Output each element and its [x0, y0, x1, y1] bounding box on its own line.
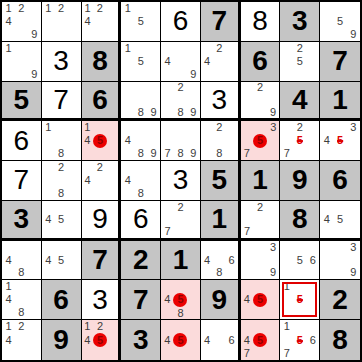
empty-candidate-slot [134, 134, 147, 147]
candidate-grid: 45 [320, 201, 360, 238]
struck-candidate-5: 5 [333, 134, 346, 147]
empty-candidate-slot [280, 333, 293, 346]
empty-candidate-slot [225, 42, 237, 55]
cell-r5c4[interactable]: 48 [121, 161, 161, 201]
cell-r4c5[interactable]: 789 [161, 121, 201, 161]
empty-candidate-slot [280, 55, 293, 68]
circled-candidate-5: 5 [173, 293, 187, 307]
given-digit: 2 [320, 280, 360, 319]
empty-candidate-slot [68, 161, 81, 174]
solved-digit: 3 [201, 82, 238, 119]
cell-r9c2[interactable]: 9 [42, 320, 82, 360]
empty-candidate-slot [82, 347, 93, 360]
empty-candidate-slot [161, 42, 174, 55]
cell-r1c8[interactable]: 3 [280, 2, 320, 42]
empty-candidate-slot [253, 148, 267, 160]
empty-candidate-slot [107, 347, 118, 360]
solved-digit: 3 [82, 280, 119, 319]
cell-r8c8[interactable]: 15 [280, 280, 320, 320]
empty-candidate-slot [306, 241, 319, 254]
empty-candidate-slot [147, 15, 160, 28]
candidate-2: 2 [293, 42, 306, 55]
cell-r4c1[interactable]: 6 [2, 121, 42, 161]
solved-digit: 6 [161, 2, 200, 41]
candidate-2: 2 [174, 201, 187, 213]
cell-r8c9[interactable]: 2 [320, 280, 360, 320]
cell-r4c8[interactable]: 257 [280, 121, 320, 161]
cell-r9c8[interactable]: 1567 [280, 320, 320, 360]
cell-r7c8[interactable]: 56 [280, 241, 320, 281]
cell-r7c3[interactable]: 7 [82, 241, 122, 281]
empty-candidate-slot [2, 241, 15, 254]
empty-candidate-slot [121, 82, 134, 94]
empty-candidate-slot [121, 187, 134, 200]
empty-candidate-slot [320, 2, 333, 15]
cell-r4c6[interactable]: 28 [201, 121, 241, 161]
cell-r1c6[interactable]: 7 [201, 2, 241, 42]
empty-candidate-slot [280, 306, 293, 319]
empty-candidate-slot [42, 134, 55, 147]
candidate-grid: 24 [201, 42, 238, 81]
candidate-4: 4 [82, 15, 94, 28]
given-digit: 8 [82, 42, 119, 81]
empty-candidate-slot [82, 28, 94, 41]
cell-r7c1[interactable]: 48 [2, 241, 42, 281]
candidate-grid: 357 [241, 121, 280, 160]
empty-candidate-slot [174, 94, 187, 106]
cell-r2c3[interactable]: 8 [82, 42, 122, 82]
empty-candidate-slot [293, 306, 306, 319]
empty-candidate-slot [2, 55, 15, 68]
struck-candidate-5: 5 [293, 293, 306, 306]
candidate-4: 4 [2, 293, 15, 306]
empty-candidate-slot [15, 333, 28, 346]
cell-r1c2[interactable]: 12 [42, 2, 82, 42]
empty-candidate-slot [241, 94, 254, 106]
sudoku-board: 1249121241567835919381549246257576892893… [0, 0, 362, 362]
empty-candidate-slot [174, 55, 187, 68]
cell-r8c7[interactable]: 45 [241, 280, 281, 320]
empty-candidate-slot [241, 254, 254, 267]
empty-candidate-slot [201, 347, 213, 360]
given-digit: 1 [161, 241, 200, 280]
given-digit: 2 [121, 241, 160, 280]
empty-candidate-slot [187, 201, 200, 213]
cell-r1c7[interactable]: 8 [241, 2, 281, 42]
candidate-6: 6 [225, 333, 237, 346]
empty-candidate-slot [134, 2, 147, 15]
candidate-9: 9 [187, 147, 200, 160]
empty-candidate-slot [187, 55, 200, 68]
empty-candidate-slot [161, 94, 174, 106]
cell-r8c4[interactable]: 7 [121, 280, 161, 320]
empty-candidate-slot [280, 121, 293, 134]
empty-candidate-slot [121, 94, 134, 106]
empty-candidate-slot [187, 320, 199, 333]
empty-candidate-slot [161, 134, 174, 147]
candidate-8: 8 [15, 267, 28, 280]
cell-r8c2[interactable]: 6 [42, 280, 82, 320]
given-digit: 5 [2, 82, 41, 119]
empty-candidate-slot [173, 320, 187, 333]
cell-r3c7[interactable]: 29 [241, 82, 281, 122]
candidate-1: 1 [82, 320, 93, 333]
empty-candidate-slot [201, 320, 213, 333]
empty-candidate-slot [15, 68, 28, 81]
empty-candidate-slot [28, 306, 41, 319]
empty-candidate-slot [254, 267, 267, 280]
empty-candidate-slot [94, 187, 106, 200]
cell-r5c9[interactable]: 6 [320, 161, 360, 201]
empty-candidate-slot [174, 121, 187, 134]
empty-candidate-slot [267, 134, 279, 148]
cell-r7c2[interactable]: 45 [42, 241, 82, 281]
cell-r2c8[interactable]: 25 [280, 42, 320, 82]
candidate-3: 3 [347, 241, 360, 254]
cell-r6c3[interactable]: 9 [82, 201, 122, 241]
cell-r2c9[interactable]: 7 [320, 42, 360, 82]
circled-candidate-5: 5 [93, 134, 107, 148]
empty-candidate-slot [42, 187, 55, 200]
given-digit: 1 [201, 201, 238, 238]
cell-r5c7[interactable]: 1 [241, 161, 281, 201]
empty-candidate-slot [134, 68, 147, 81]
candidate-8: 8 [55, 147, 68, 160]
candidate-7: 7 [241, 148, 253, 160]
cell-r6c8[interactable]: 8 [280, 201, 320, 241]
candidate-grid: 1249 [2, 2, 41, 41]
candidate-2: 2 [15, 320, 28, 333]
empty-candidate-slot [161, 68, 174, 81]
cell-r2c1[interactable]: 19 [2, 42, 42, 82]
candidate-grid: 124 [82, 2, 119, 41]
given-digit: 6 [320, 161, 360, 200]
cell-r4c7[interactable]: 357 [241, 121, 281, 161]
empty-candidate-slot [320, 121, 333, 134]
empty-candidate-slot [187, 347, 199, 360]
cell-r7c5[interactable]: 1 [161, 241, 201, 281]
empty-candidate-slot [42, 15, 55, 28]
candidate-grid: 48 [121, 161, 160, 200]
empty-candidate-slot [147, 68, 160, 81]
candidate-grid: 28 [201, 121, 238, 160]
empty-candidate-slot [147, 134, 160, 147]
empty-candidate-slot [68, 15, 81, 28]
empty-candidate-slot [306, 280, 319, 293]
cell-r2c4[interactable]: 15 [121, 42, 161, 82]
empty-candidate-slot [267, 82, 280, 94]
empty-candidate-slot [267, 293, 279, 307]
cell-r8c5[interactable]: 458 [161, 280, 201, 320]
cell-r6c6[interactable]: 1 [201, 201, 241, 241]
empty-candidate-slot [225, 320, 237, 333]
cell-r3c8[interactable]: 4 [280, 82, 320, 122]
empty-candidate-slot [267, 254, 280, 267]
empty-candidate-slot [147, 187, 160, 200]
empty-candidate-slot [280, 241, 293, 254]
empty-candidate-slot [28, 241, 41, 254]
candidate-grid: 19 [2, 42, 41, 81]
empty-candidate-slot [134, 42, 147, 55]
cell-r7c7[interactable]: 39 [241, 241, 281, 281]
cell-r9c7[interactable]: 457 [241, 320, 281, 360]
empty-candidate-slot [333, 267, 346, 280]
cell-r3c6[interactable]: 3 [201, 82, 241, 122]
empty-candidate-slot [106, 28, 118, 41]
empty-candidate-slot [55, 174, 68, 187]
cell-r6c5[interactable]: 27 [161, 201, 201, 241]
empty-candidate-slot [293, 280, 306, 293]
empty-candidate-slot [68, 213, 81, 225]
empty-candidate-slot [306, 293, 319, 306]
empty-candidate-slot [347, 213, 360, 225]
cell-r7c6[interactable]: 468 [201, 241, 241, 281]
empty-candidate-slot [15, 15, 28, 28]
candidate-4: 4 [201, 55, 213, 68]
cell-r6c4[interactable]: 6 [121, 201, 161, 241]
empty-candidate-slot [147, 82, 160, 94]
empty-candidate-slot [280, 42, 293, 55]
empty-candidate-slot [320, 147, 333, 160]
empty-candidate-slot [42, 174, 55, 187]
empty-candidate-slot [147, 121, 160, 134]
cell-r5c8[interactable]: 9 [280, 161, 320, 201]
empty-candidate-slot [94, 15, 106, 28]
candidate-2: 2 [93, 320, 107, 333]
empty-candidate-slot [15, 28, 28, 41]
cell-r1c5[interactable]: 6 [161, 2, 201, 42]
cell-r7c4[interactable]: 2 [121, 241, 161, 281]
empty-candidate-slot [106, 2, 118, 15]
candidate-4: 4 [121, 174, 134, 187]
cell-r5c1[interactable]: 7 [2, 161, 42, 201]
cell-r5c6[interactable]: 5 [201, 161, 241, 201]
candidate-grid: 124 [2, 320, 41, 360]
empty-candidate-slot [187, 293, 199, 307]
empty-candidate-slot [15, 241, 28, 254]
cell-r1c1[interactable]: 1249 [2, 2, 42, 42]
empty-candidate-slot [187, 213, 200, 225]
cell-r4c2[interactable]: 18 [42, 121, 82, 161]
empty-candidate-slot [68, 241, 81, 254]
empty-candidate-slot [55, 201, 68, 213]
candidate-8: 8 [173, 307, 187, 319]
cell-r3c9[interactable]: 1 [320, 82, 360, 122]
empty-candidate-slot [187, 280, 199, 292]
empty-candidate-slot [293, 267, 306, 280]
cell-r4c4[interactable]: 489 [121, 121, 161, 161]
candidate-7: 7 [280, 147, 293, 160]
empty-candidate-slot [2, 306, 15, 319]
cell-r9c5[interactable]: 45 [161, 320, 201, 360]
cell-r2c7[interactable]: 6 [241, 42, 281, 82]
candidate-9: 9 [28, 68, 41, 81]
empty-candidate-slot [134, 121, 147, 134]
cell-r4c3[interactable]: 145 [82, 121, 122, 161]
cell-r2c6[interactable]: 24 [201, 42, 241, 82]
cell-r9c1[interactable]: 124 [2, 320, 42, 360]
candidate-9: 9 [187, 106, 200, 118]
cell-r8c6[interactable]: 9 [201, 280, 241, 320]
empty-candidate-slot [213, 241, 225, 254]
given-digit: 6 [42, 280, 81, 319]
candidate-4: 4 [320, 213, 333, 225]
candidate-6: 6 [306, 254, 319, 267]
candidate-grid: 28 [42, 161, 81, 200]
candidate-8: 8 [213, 147, 225, 160]
candidate-slot-5: 5 [93, 134, 107, 148]
cell-r1c9[interactable]: 59 [320, 2, 360, 42]
candidate-7: 7 [161, 225, 174, 237]
empty-candidate-slot [253, 320, 267, 333]
candidate-5: 5 [55, 254, 68, 267]
given-digit: 7 [201, 2, 238, 41]
solved-digit: 7 [2, 161, 41, 200]
candidate-6: 6 [225, 254, 237, 267]
empty-candidate-slot [333, 28, 346, 41]
cell-r2c5[interactable]: 49 [161, 42, 201, 82]
cell-r1c4[interactable]: 15 [121, 2, 161, 42]
cell-r8c3[interactable]: 3 [82, 280, 122, 320]
cell-r8c1[interactable]: 148 [2, 280, 42, 320]
empty-candidate-slot [28, 320, 41, 333]
empty-candidate-slot [55, 15, 68, 28]
given-digit: 3 [280, 2, 319, 41]
empty-candidate-slot [161, 320, 173, 333]
empty-candidate-slot [293, 68, 306, 81]
empty-candidate-slot [161, 213, 174, 225]
empty-candidate-slot [42, 241, 55, 254]
empty-candidate-slot [107, 148, 118, 160]
cell-r6c7[interactable]: 27 [241, 201, 281, 241]
empty-candidate-slot [306, 147, 319, 160]
empty-candidate-slot [347, 15, 360, 28]
candidate-9: 9 [147, 106, 160, 118]
empty-candidate-slot [93, 148, 107, 160]
given-digit: 1 [241, 161, 280, 200]
cell-r9c9[interactable]: 8 [320, 320, 360, 360]
cell-r3c5[interactable]: 289 [161, 82, 201, 122]
empty-candidate-slot [254, 94, 267, 106]
candidate-4: 4 [320, 134, 333, 147]
cell-r6c1[interactable]: 3 [2, 201, 42, 241]
empty-candidate-slot [147, 161, 160, 174]
candidate-5: 5 [134, 15, 147, 28]
empty-candidate-slot [15, 347, 28, 360]
empty-candidate-slot [201, 42, 213, 55]
empty-candidate-slot [213, 68, 225, 81]
empty-candidate-slot [187, 82, 200, 94]
empty-candidate-slot [106, 161, 118, 174]
candidate-9: 9 [187, 68, 200, 81]
empty-candidate-slot [82, 161, 94, 174]
candidate-5: 5 [333, 15, 346, 28]
empty-candidate-slot [241, 106, 254, 118]
cell-r4c9[interactable]: 345 [320, 121, 360, 161]
empty-candidate-slot [161, 82, 174, 94]
cell-r5c2[interactable]: 28 [42, 161, 82, 201]
empty-candidate-slot [94, 28, 106, 41]
empty-candidate-slot [347, 225, 360, 237]
empty-candidate-slot [225, 68, 237, 81]
candidate-grid: 29 [241, 82, 280, 119]
empty-candidate-slot [2, 68, 15, 81]
empty-candidate-slot [280, 254, 293, 267]
cell-r3c2[interactable]: 7 [42, 82, 82, 122]
candidate-1: 1 [121, 2, 134, 15]
empty-candidate-slot [267, 347, 279, 360]
empty-candidate-slot [293, 320, 306, 333]
cell-r3c3[interactable]: 6 [82, 82, 122, 122]
empty-candidate-slot [320, 241, 333, 254]
cell-r3c4[interactable]: 89 [121, 82, 161, 122]
given-digit: 7 [320, 42, 360, 81]
empty-candidate-slot [161, 121, 174, 134]
candidate-grid: 46 [201, 320, 238, 360]
empty-candidate-slot [320, 225, 333, 237]
cell-r6c2[interactable]: 45 [42, 201, 82, 241]
empty-candidate-slot [241, 121, 253, 133]
empty-candidate-slot [306, 267, 319, 280]
empty-candidate-slot [225, 267, 237, 280]
cell-r5c3[interactable]: 24 [82, 161, 122, 201]
empty-candidate-slot [225, 147, 237, 160]
candidate-9: 9 [347, 267, 360, 280]
empty-candidate-slot [134, 82, 147, 94]
candidate-grid: 59 [320, 2, 360, 41]
candidate-grid: 56 [280, 241, 319, 280]
cell-r5c5[interactable]: 3 [161, 161, 201, 201]
candidate-2: 2 [55, 161, 68, 174]
candidate-4: 4 [82, 333, 93, 347]
empty-candidate-slot [320, 28, 333, 41]
cell-r1c3[interactable]: 124 [82, 2, 122, 42]
solved-digit: 3 [161, 161, 200, 200]
empty-candidate-slot [121, 15, 134, 28]
empty-candidate-slot [201, 147, 213, 160]
candidate-9: 9 [267, 267, 280, 280]
empty-candidate-slot [28, 55, 41, 68]
cell-r3c1[interactable]: 5 [2, 82, 42, 122]
empty-candidate-slot [134, 174, 147, 187]
given-digit: 6 [241, 42, 280, 81]
candidate-1: 1 [82, 121, 93, 133]
empty-candidate-slot [121, 68, 134, 81]
cell-r9c3[interactable]: 1245 [82, 320, 122, 360]
cell-r2c2[interactable]: 3 [42, 42, 82, 82]
empty-candidate-slot [107, 320, 118, 333]
candidate-7: 7 [241, 347, 253, 360]
cell-r6c9[interactable]: 45 [320, 201, 360, 241]
candidate-slot-5: 5 [93, 333, 107, 347]
empty-candidate-slot [333, 2, 346, 15]
given-digit: 7 [82, 241, 119, 280]
empty-candidate-slot [68, 134, 81, 147]
cell-r7c9[interactable]: 39 [320, 241, 360, 281]
candidate-grid: 24 [82, 161, 119, 200]
empty-candidate-slot [173, 347, 187, 360]
candidate-4: 4 [241, 333, 253, 347]
circled-candidate-5: 5 [253, 134, 267, 148]
candidate-grid: 27 [161, 201, 200, 238]
empty-candidate-slot [347, 2, 360, 15]
candidate-2: 2 [293, 121, 306, 134]
candidate-6: 6 [306, 333, 319, 346]
empty-candidate-slot [106, 174, 118, 187]
cell-r9c4[interactable]: 3 [121, 320, 161, 360]
empty-candidate-slot [253, 347, 267, 360]
cell-r9c6[interactable]: 46 [201, 320, 241, 360]
